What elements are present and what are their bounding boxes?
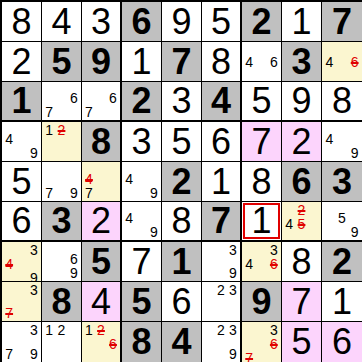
- cell-r7c5[interactable]: 1: [162, 242, 202, 282]
- given-digit: 2: [332, 244, 352, 280]
- given-digit: 6: [131, 4, 151, 40]
- cell-r2c8[interactable]: 3: [282, 42, 322, 82]
- cell-r7c1[interactable]: 349: [2, 242, 42, 282]
- cell-r1c3[interactable]: 3: [82, 2, 122, 42]
- solved-digit: 8: [171, 203, 191, 239]
- candidate-4: 4: [283, 217, 295, 231]
- pencil-marks: 12: [43, 123, 80, 160]
- given-digit: 8: [131, 324, 151, 360]
- cell-r1c9[interactable]: 7: [322, 2, 362, 42]
- given-digit: 8: [51, 284, 71, 320]
- candidate-3: 3: [227, 283, 239, 297]
- cell-r4c3[interactable]: 8: [82, 122, 122, 162]
- cell-r3c6[interactable]: 4: [202, 82, 242, 122]
- cell-r6c8[interactable]: 245: [282, 202, 322, 242]
- pencil-marks: 245: [283, 203, 320, 239]
- candidate-2: 2: [215, 323, 227, 337]
- pencil-marks: 367: [243, 323, 280, 361]
- candidate-6-eliminated: 6: [348, 55, 361, 69]
- solved-digit: 5: [291, 324, 311, 360]
- candidate-9: 9: [348, 225, 361, 239]
- pencil-marks: 379: [3, 323, 40, 361]
- cell-r2c3[interactable]: 9: [82, 42, 122, 82]
- candidate-1: 1: [83, 323, 95, 337]
- cell-r5c6[interactable]: 1: [202, 162, 242, 202]
- solved-digit: 6: [211, 124, 231, 160]
- cell-r6c2[interactable]: 3: [42, 202, 82, 242]
- cell-r9c8[interactable]: 5: [282, 322, 322, 362]
- given-digit: 7: [332, 4, 352, 40]
- solved-digit: 5: [211, 4, 231, 40]
- cell-r1c6[interactable]: 5: [202, 2, 242, 42]
- candidate-6: 6: [68, 252, 80, 266]
- solved-digit: 1: [332, 284, 352, 320]
- candidate-7-eliminated: 7: [3, 306, 15, 320]
- pencil-marks: 49: [123, 163, 160, 200]
- given-digit: 3: [291, 44, 311, 80]
- solved-digit: 1: [131, 44, 151, 80]
- candidate-9: 9: [68, 186, 80, 200]
- candidate-6: 6: [268, 55, 280, 69]
- cell-r4c2[interactable]: 12: [42, 122, 82, 162]
- pencil-marks: 46: [243, 43, 280, 80]
- given-digit: 5: [51, 44, 71, 80]
- solved-digit: 4: [51, 4, 71, 40]
- cell-r2c1[interactable]: 2: [2, 42, 42, 82]
- candidate-9: 9: [28, 146, 40, 160]
- given-digit: 9: [251, 284, 271, 320]
- solved-digit: 1: [251, 203, 271, 239]
- candidate-4-eliminated: 4: [83, 172, 95, 186]
- cell-r2c6[interactable]: 8: [202, 42, 242, 82]
- candidate-1: 1: [43, 123, 55, 137]
- pencil-marks: 37: [3, 283, 40, 320]
- cell-r3c3[interactable]: 67: [82, 82, 122, 122]
- cell-r1c5[interactable]: 9: [162, 2, 202, 42]
- cell-r4c5[interactable]: 5: [162, 122, 202, 162]
- pencil-marks: 23: [203, 283, 239, 320]
- candidate-2: 2: [215, 283, 227, 297]
- given-digit: 1: [11, 83, 31, 119]
- cell-r2c4[interactable]: 1: [122, 42, 162, 82]
- cell-r4c6[interactable]: 6: [202, 122, 242, 162]
- pencil-marks: 49: [3, 123, 40, 160]
- cell-r5c8[interactable]: 6: [282, 162, 322, 202]
- given-digit: 4: [211, 83, 231, 119]
- cell-r1c7[interactable]: 2: [242, 2, 282, 42]
- solved-digit: 9: [171, 4, 191, 40]
- candidate-2-eliminated: 2: [55, 123, 67, 137]
- cell-r1c8[interactable]: 1: [282, 2, 322, 42]
- candidate-3: 3: [28, 283, 40, 297]
- candidate-9: 9: [227, 266, 239, 280]
- cell-r3c7[interactable]: 5: [242, 82, 282, 122]
- candidate-3: 3: [28, 323, 40, 337]
- candidate-7: 7: [43, 105, 55, 119]
- cell-r1c1[interactable]: 8: [2, 2, 42, 42]
- solved-digit: 8: [332, 83, 352, 119]
- cell-r8c1[interactable]: 37: [2, 282, 42, 322]
- given-digit: 7: [171, 44, 191, 80]
- pencil-marks: 126: [83, 323, 119, 361]
- cell-r5c2[interactable]: 79: [42, 162, 82, 202]
- cell-r4c7[interactable]: 7: [242, 122, 282, 162]
- cell-r3c9[interactable]: 8: [322, 82, 362, 122]
- candidate-2: 2: [55, 323, 67, 337]
- candidate-4: 4: [243, 257, 255, 271]
- solved-digit: 1: [291, 4, 311, 40]
- pencil-marks: 349: [3, 243, 40, 280]
- solved-digit: 6: [171, 284, 191, 320]
- cell-r5c4[interactable]: 49: [122, 162, 162, 202]
- cell-r2c9[interactable]: 46: [322, 42, 362, 82]
- pencil-marks: 46: [323, 43, 361, 80]
- cell-r6c7-selected[interactable]: 1: [242, 202, 282, 242]
- candidate-7: 7: [43, 186, 55, 200]
- cell-r4c4[interactable]: 3: [122, 122, 162, 162]
- cell-r3c2[interactable]: 67: [42, 82, 82, 122]
- cell-r9c4[interactable]: 8: [122, 322, 162, 362]
- given-digit: 5: [131, 284, 151, 320]
- candidate-7: 7: [83, 186, 95, 200]
- candidate-4: 4: [323, 132, 336, 146]
- cell-r6c6[interactable]: 7: [202, 202, 242, 242]
- pencil-marks: 12: [43, 323, 80, 361]
- cell-r4c9[interactable]: 49: [322, 122, 362, 162]
- pencil-marks: 67: [83, 83, 119, 119]
- cell-r9c6[interactable]: 239: [202, 322, 242, 362]
- given-digit: 2: [131, 83, 151, 119]
- pencil-marks: 239: [203, 323, 239, 361]
- solved-digit: 5: [251, 83, 271, 119]
- cell-r6c9[interactable]: 59: [322, 202, 362, 242]
- candidate-6-eliminated: 6: [107, 337, 119, 351]
- solved-digit: 9: [291, 83, 311, 119]
- solved-digit: 3: [91, 4, 111, 40]
- cell-r1c4[interactable]: 6: [122, 2, 162, 42]
- solved-digit: 3: [171, 83, 191, 119]
- cell-r8c5[interactable]: 6: [162, 282, 202, 322]
- cell-r8c2[interactable]: 8: [42, 282, 82, 322]
- candidate-4: 4: [323, 55, 336, 69]
- cell-r4c8[interactable]: 2: [282, 122, 322, 162]
- candidate-2-eliminated: 2: [95, 323, 107, 337]
- cell-r4c1[interactable]: 49: [2, 122, 42, 162]
- solved-digit: 5: [171, 124, 191, 160]
- cell-r8c6[interactable]: 23: [202, 282, 242, 322]
- cell-r9c3[interactable]: 126: [82, 322, 122, 362]
- candidate-4: 4: [3, 132, 15, 146]
- solved-digit: 2: [291, 124, 311, 160]
- cell-r6c5[interactable]: 8: [162, 202, 202, 242]
- candidate-3: 3: [227, 243, 239, 257]
- cell-r3c4[interactable]: 2: [122, 82, 162, 122]
- cell-r2c5[interactable]: 7: [162, 42, 202, 82]
- cell-r8c4[interactable]: 5: [122, 282, 162, 322]
- cell-r5c3[interactable]: 47: [82, 162, 122, 202]
- cell-r6c4[interactable]: 49: [122, 202, 162, 242]
- pencil-marks: 59: [323, 203, 361, 239]
- cell-r7c3[interactable]: 5: [82, 242, 122, 282]
- candidate-7: 7: [83, 105, 95, 119]
- pencil-marks: 346: [243, 243, 280, 280]
- candidate-4: 4: [123, 172, 135, 186]
- given-digit: 3: [51, 203, 71, 239]
- cell-r5c9[interactable]: 3: [322, 162, 362, 202]
- given-digit: 3: [332, 164, 352, 200]
- pencil-marks: 39: [203, 243, 239, 280]
- solved-digit: 6: [11, 203, 31, 239]
- given-digit: 6: [291, 164, 311, 200]
- candidate-9: 9: [68, 266, 80, 280]
- sudoku-board: 8436952172591784634616767234598491283567…: [0, 0, 362, 362]
- cell-r3c1[interactable]: 1: [2, 82, 42, 122]
- solved-digit: 4: [91, 284, 111, 320]
- solved-digit: 1: [211, 164, 231, 200]
- solved-digit: 2: [91, 203, 111, 239]
- given-digit: 1: [171, 244, 191, 280]
- cell-r5c5[interactable]: 2: [162, 162, 202, 202]
- candidate-3: 3: [28, 243, 40, 257]
- candidate-9: 9: [148, 186, 160, 200]
- candidate-5-eliminated: 5: [295, 217, 307, 231]
- solved-digit: 5: [11, 164, 31, 200]
- cell-r5c1[interactable]: 5: [2, 162, 42, 202]
- cell-r8c3[interactable]: 4: [82, 282, 122, 322]
- cell-r7c9[interactable]: 2: [322, 242, 362, 282]
- cell-r8c9[interactable]: 1: [322, 282, 362, 322]
- cell-r9c2[interactable]: 12: [42, 322, 82, 362]
- given-digit: 9: [91, 44, 111, 80]
- cell-r7c4[interactable]: 7: [122, 242, 162, 282]
- candidate-7: 7: [3, 347, 15, 361]
- candidate-4: 4: [243, 55, 255, 69]
- solved-digit: 8: [251, 164, 271, 200]
- given-digit: 8: [91, 124, 111, 160]
- solved-digit: 8: [211, 44, 231, 80]
- solved-digit: 7: [131, 244, 151, 280]
- pencil-marks: 69: [43, 243, 80, 280]
- cell-r7c2[interactable]: 69: [42, 242, 82, 282]
- pencil-marks: 47: [83, 163, 119, 200]
- solved-digit: 8: [11, 4, 31, 40]
- candidate-5: 5: [336, 211, 349, 225]
- pencil-marks: 67: [43, 83, 80, 119]
- solved-digit: 7: [291, 284, 311, 320]
- cell-r2c7[interactable]: 46: [242, 42, 282, 82]
- cell-r9c1[interactable]: 379: [2, 322, 42, 362]
- solved-digit: 2: [11, 44, 31, 80]
- given-digit: 2: [171, 164, 191, 200]
- solved-digit: 7: [251, 124, 271, 160]
- cell-r3c8[interactable]: 9: [282, 82, 322, 122]
- given-digit: 4: [171, 324, 191, 360]
- candidate-4-eliminated: 4: [3, 257, 15, 271]
- cell-r7c6[interactable]: 39: [202, 242, 242, 282]
- given-digit: 5: [91, 244, 111, 280]
- candidate-9: 9: [348, 146, 361, 160]
- cell-r6c3[interactable]: 2: [82, 202, 122, 242]
- cell-r9c9[interactable]: 6: [322, 322, 362, 362]
- cell-r9c7[interactable]: 367: [242, 322, 282, 362]
- pencil-marks: 49: [323, 123, 361, 160]
- candidate-1: 1: [43, 323, 55, 337]
- cell-r2c2[interactable]: 5: [42, 42, 82, 82]
- candidate-4: 4: [123, 211, 135, 225]
- candidate-2-eliminated: 2: [295, 203, 307, 217]
- solved-digit: 8: [291, 244, 311, 280]
- cell-r7c8[interactable]: 8: [282, 242, 322, 282]
- candidate-7-eliminated: 7: [243, 351, 255, 362]
- solved-digit: 6: [332, 324, 352, 360]
- cell-r6c1[interactable]: 6: [2, 202, 42, 242]
- given-digit: 2: [251, 4, 271, 40]
- candidate-3: 3: [268, 243, 280, 257]
- candidate-9: 9: [227, 347, 239, 361]
- cell-r1c2[interactable]: 4: [42, 2, 82, 42]
- candidate-9: 9: [148, 225, 160, 239]
- solved-digit: 3: [131, 124, 151, 160]
- candidate-3: 3: [268, 323, 280, 337]
- cell-r8c8[interactable]: 7: [282, 282, 322, 322]
- candidate-6: 6: [68, 91, 80, 105]
- cell-r3c5[interactable]: 3: [162, 82, 202, 122]
- cell-r7c7[interactable]: 346: [242, 242, 282, 282]
- pencil-marks: 79: [43, 163, 80, 200]
- candidate-9: 9: [28, 347, 40, 361]
- candidate-6-eliminated: 6: [268, 337, 280, 351]
- pencil-marks: 49: [123, 203, 160, 239]
- candidate-3: 3: [227, 323, 239, 337]
- candidate-6: 6: [107, 91, 119, 105]
- cell-r9c5[interactable]: 4: [162, 322, 202, 362]
- given-digit: 7: [211, 203, 231, 239]
- candidate-6-eliminated: 6: [268, 257, 280, 271]
- cell-r5c7[interactable]: 8: [242, 162, 282, 202]
- cell-r8c7[interactable]: 9: [242, 282, 282, 322]
